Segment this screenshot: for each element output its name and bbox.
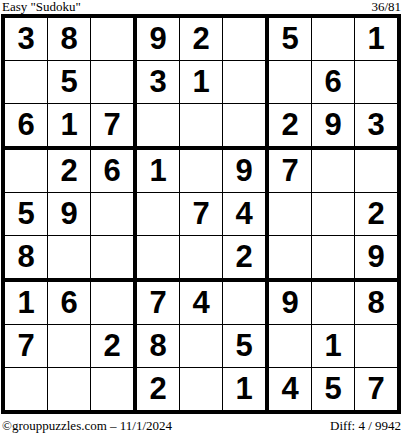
- cell-r6c1[interactable]: 8: [5, 236, 48, 282]
- cell-r6c2[interactable]: [48, 236, 91, 282]
- cell-r5c5[interactable]: 7: [180, 193, 223, 236]
- cell-r8c9[interactable]: [355, 325, 397, 368]
- cell-r3c8[interactable]: 9: [312, 104, 355, 150]
- cell-r2c2[interactable]: 5: [48, 61, 91, 104]
- cell-r6c8[interactable]: [312, 236, 355, 282]
- cell-r2c4[interactable]: 3: [137, 61, 180, 104]
- cell-r5c9[interactable]: 2: [355, 193, 397, 236]
- cell-r8c5[interactable]: [180, 325, 223, 368]
- cell-r4c3[interactable]: 6: [91, 150, 137, 193]
- cell-r3c9[interactable]: 3: [355, 104, 397, 150]
- cell-r4c2[interactable]: 2: [48, 150, 91, 193]
- cell-r4c1[interactable]: [5, 150, 48, 193]
- cell-r7c3[interactable]: [91, 282, 137, 325]
- cell-r9c4[interactable]: 2: [137, 368, 180, 410]
- cell-r3c2[interactable]: 1: [48, 104, 91, 150]
- cell-r5c3[interactable]: [91, 193, 137, 236]
- cell-r4c9[interactable]: [355, 150, 397, 193]
- cell-r1c1[interactable]: 3: [5, 18, 48, 61]
- cell-r7c5[interactable]: 4: [180, 282, 223, 325]
- cell-r5c2[interactable]: 9: [48, 193, 91, 236]
- cell-r6c3[interactable]: [91, 236, 137, 282]
- cell-r9c5[interactable]: [180, 368, 223, 410]
- cell-r4c7[interactable]: 7: [269, 150, 312, 193]
- puzzle-title: Easy "Sudoku": [2, 0, 81, 14]
- cell-r8c6[interactable]: 5: [223, 325, 269, 368]
- sudoku-page: Easy "Sudoku" 36/81 38925153166172932619…: [0, 0, 403, 437]
- cell-r9c2[interactable]: [48, 368, 91, 410]
- cell-r9c6[interactable]: 1: [223, 368, 269, 410]
- cell-r8c7[interactable]: [269, 325, 312, 368]
- cells-remaining-counter: 36/81: [371, 0, 401, 14]
- cell-r1c4[interactable]: 9: [137, 18, 180, 61]
- cell-r2c1[interactable]: [5, 61, 48, 104]
- cell-r7c8[interactable]: [312, 282, 355, 325]
- cell-r1c8[interactable]: [312, 18, 355, 61]
- cell-r3c4[interactable]: [137, 104, 180, 150]
- cell-r9c1[interactable]: [5, 368, 48, 410]
- cell-r4c6[interactable]: 9: [223, 150, 269, 193]
- cell-r5c4[interactable]: [137, 193, 180, 236]
- cell-r3c5[interactable]: [180, 104, 223, 150]
- cell-r9c7[interactable]: 4: [269, 368, 312, 410]
- cell-r1c7[interactable]: 5: [269, 18, 312, 61]
- cell-r3c7[interactable]: 2: [269, 104, 312, 150]
- cell-r5c6[interactable]: 4: [223, 193, 269, 236]
- copyright-text: ©grouppuzzles.com – 11/1/2024: [2, 419, 172, 433]
- cell-r2c6[interactable]: [223, 61, 269, 104]
- cell-r6c5[interactable]: [180, 236, 223, 282]
- cell-r8c3[interactable]: 2: [91, 325, 137, 368]
- cell-r7c2[interactable]: 6: [48, 282, 91, 325]
- cell-r3c1[interactable]: 6: [5, 104, 48, 150]
- cell-r7c7[interactable]: 9: [269, 282, 312, 325]
- cell-r6c4[interactable]: [137, 236, 180, 282]
- cell-r4c5[interactable]: [180, 150, 223, 193]
- cell-r1c9[interactable]: 1: [355, 18, 397, 61]
- cell-r8c8[interactable]: 1: [312, 325, 355, 368]
- cell-r7c1[interactable]: 1: [5, 282, 48, 325]
- cell-r6c6[interactable]: 2: [223, 236, 269, 282]
- cell-r6c7[interactable]: [269, 236, 312, 282]
- cell-r4c8[interactable]: [312, 150, 355, 193]
- cell-r7c6[interactable]: [223, 282, 269, 325]
- cell-r5c8[interactable]: [312, 193, 355, 236]
- cell-r5c7[interactable]: [269, 193, 312, 236]
- cell-r8c2[interactable]: [48, 325, 91, 368]
- footer: ©grouppuzzles.com – 11/1/2024 Diff: 4 / …: [1, 419, 402, 433]
- cell-r1c5[interactable]: 2: [180, 18, 223, 61]
- cell-r5c1[interactable]: 5: [5, 193, 48, 236]
- cell-r1c3[interactable]: [91, 18, 137, 61]
- cell-r2c5[interactable]: 1: [180, 61, 223, 104]
- cell-r4c4[interactable]: 1: [137, 150, 180, 193]
- cell-r8c4[interactable]: 8: [137, 325, 180, 368]
- cell-r2c8[interactable]: 6: [312, 61, 355, 104]
- cell-r2c9[interactable]: [355, 61, 397, 104]
- cell-r9c8[interactable]: 5: [312, 368, 355, 410]
- cell-r9c9[interactable]: 7: [355, 368, 397, 410]
- cell-r9c3[interactable]: [91, 368, 137, 410]
- cell-r2c7[interactable]: [269, 61, 312, 104]
- cell-r1c6[interactable]: [223, 18, 269, 61]
- cell-r7c4[interactable]: 7: [137, 282, 180, 325]
- cell-r1c2[interactable]: 8: [48, 18, 91, 61]
- header: Easy "Sudoku" 36/81: [1, 0, 402, 14]
- cell-r8c1[interactable]: 7: [5, 325, 48, 368]
- sudoku-board: 3892515316617293261975974282916749872851…: [1, 14, 401, 414]
- cell-r3c3[interactable]: 7: [91, 104, 137, 150]
- cell-r2c3[interactable]: [91, 61, 137, 104]
- cell-r7c9[interactable]: 8: [355, 282, 397, 325]
- cell-r3c6[interactable]: [223, 104, 269, 150]
- cell-r6c9[interactable]: 9: [355, 236, 397, 282]
- difficulty-text: Diff: 4 / 9942: [330, 419, 401, 433]
